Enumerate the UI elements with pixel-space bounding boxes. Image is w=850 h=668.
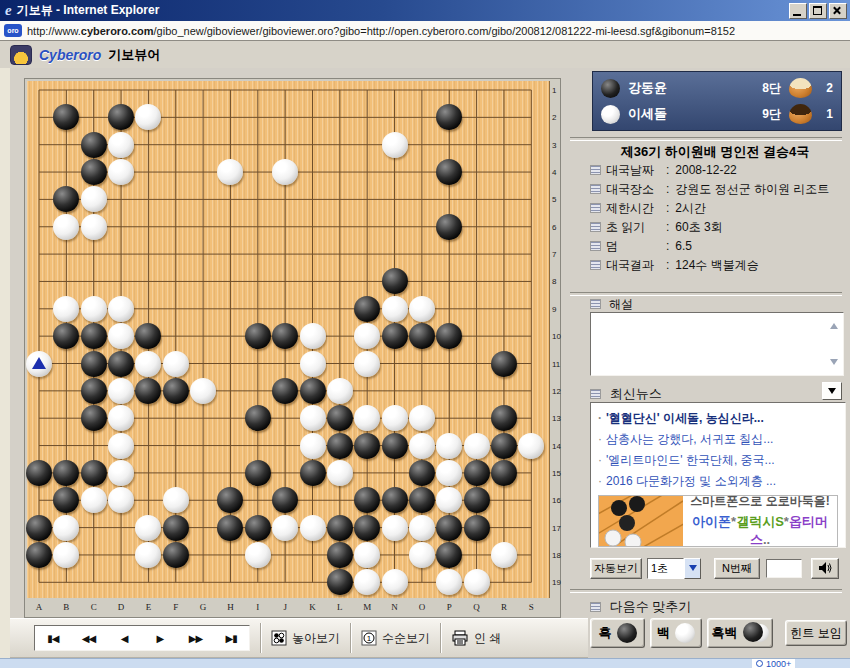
stone-black-F18 <box>163 542 189 568</box>
try-moves-label: 놓아보기 <box>292 630 340 647</box>
stone-black-H17 <box>217 515 243 541</box>
news-list: ·'혈혈단신' 이세돌, 농심신라...·삼총사는 강했다, 서귀포 칠십...… <box>598 408 838 492</box>
stone-white-C16 <box>81 487 107 513</box>
stone-white-P15 <box>436 460 462 486</box>
info-row: 덤:6.5 <box>590 237 846 256</box>
info-rows: 대국날짜:2008-12-22대국장소:강원도 정선군 하이원 리조트제한시간:… <box>590 161 846 275</box>
stone-black-C11 <box>81 351 107 377</box>
news-header-label: 최신뉴스 <box>610 386 662 401</box>
stone-black-C10 <box>81 323 107 349</box>
stone-white-C9 <box>81 296 107 322</box>
info-value: 강원도 정선군 하이원 리조트 <box>675 182 829 196</box>
stone-black-A17 <box>26 515 52 541</box>
news-header: 최신뉴스 <box>590 385 662 403</box>
window-titlebar: e 기보뷰 - Internet Explorer <box>0 0 850 21</box>
news-box: ·'혈혈단신' 이세돌, 농심신라...·삼총사는 강했다, 서귀포 칠십...… <box>590 402 846 548</box>
try-moves-button[interactable]: 놓아보기 <box>271 630 340 647</box>
scroll-up-icon[interactable] <box>830 323 838 329</box>
stone-white-I18 <box>245 542 271 568</box>
column-label: L <box>337 602 343 612</box>
black-stone-icon <box>617 623 637 643</box>
stones-icon <box>271 630 287 646</box>
info-row: 초 읽기:60초 3회 <box>590 218 846 237</box>
list-icon <box>590 203 601 213</box>
logo-bar: Cyberoro 기보뷰어 <box>0 41 850 68</box>
info-label: 대국날짜 <box>606 161 666 180</box>
row-label: 1 <box>552 86 556 95</box>
stone-black-Q16 <box>464 487 490 513</box>
stone-white-E17 <box>135 515 161 541</box>
divider <box>570 137 842 141</box>
stone-white-O14 <box>409 433 435 459</box>
stone-black-O10 <box>409 323 435 349</box>
stone-white-G12 <box>190 378 216 404</box>
guess-next-move-label: 다음수 맞추기 <box>610 599 692 614</box>
row-label: 5 <box>552 195 556 204</box>
move-order-button[interactable]: 1 수순보기 <box>361 630 430 647</box>
stone-white-D9 <box>108 296 134 322</box>
column-label: R <box>501 602 507 612</box>
info-row: 대국결과:124수 백불계승 <box>590 256 846 275</box>
list-icon <box>590 260 601 270</box>
stone-black-Q15 <box>464 460 490 486</box>
speaker-button[interactable] <box>811 558 839 579</box>
stone-white-L12 <box>327 378 353 404</box>
stone-black-C3 <box>81 132 107 158</box>
stone-black-F12 <box>163 378 189 404</box>
gibo-viewer-window: e 기보뷰 - Internet Explorer oro http://www… <box>0 0 850 668</box>
stone-white-O9 <box>409 296 435 322</box>
white-stone-icon <box>601 105 620 124</box>
stone-white-K17 <box>300 515 326 541</box>
stone-white-J17 <box>272 515 298 541</box>
column-label: S <box>529 602 534 612</box>
stone-black-D11 <box>108 351 134 377</box>
auto-view-button[interactable]: 자동보기 <box>590 558 642 579</box>
row-label: 7 <box>552 250 556 259</box>
stone-black-C15 <box>81 460 107 486</box>
move-order-icon: 1 <box>361 630 377 646</box>
stone-black-J12 <box>272 378 298 404</box>
stone-white-B17 <box>53 515 79 541</box>
bottom-toolbar: ▮◀◀◀◀▶▶▶▶▮ 놓아보기 1 수순보기 <box>10 618 588 658</box>
news-link[interactable]: ·2016 다문화가정 및 소외계층 ... <box>598 471 838 492</box>
stone-white-O18 <box>409 542 435 568</box>
stone-white-D4 <box>108 159 134 185</box>
stone-white-B9 <box>53 296 79 322</box>
counter-text: 1000+ <box>766 659 791 668</box>
globe-icon <box>756 660 763 667</box>
column-label: C <box>91 602 97 612</box>
stone-white-Q19 <box>464 569 490 595</box>
stone-black-L14 <box>327 433 353 459</box>
stone-black-O15 <box>409 460 435 486</box>
stone-black-L19 <box>327 569 353 595</box>
list-icon <box>590 165 601 175</box>
stone-white-A11 <box>26 351 52 377</box>
stone-white-K14 <box>300 433 326 459</box>
column-label: B <box>63 602 69 612</box>
interval-select[interactable]: 1초 <box>647 558 701 579</box>
last-move-marker <box>32 357 46 369</box>
select-arrow-button[interactable] <box>684 558 701 579</box>
news-dropdown-button[interactable] <box>822 382 842 400</box>
stone-black-O16 <box>409 487 435 513</box>
info-label: 대국장소 <box>606 180 666 199</box>
stone-white-B6 <box>53 214 79 240</box>
black-capture-count: 2 <box>821 81 833 95</box>
info-label: 제한시간 <box>606 199 666 218</box>
black-player-name: 강동윤 <box>628 79 762 97</box>
address-bar: oro http://www.cyberoro.com/gibo_new/gib… <box>0 21 850 41</box>
stone-black-F17 <box>163 515 189 541</box>
playback-controls: 자동보기 1초 N번째 <box>590 556 846 580</box>
stone-white-F16 <box>163 487 189 513</box>
stone-black-I15 <box>245 460 271 486</box>
ad-line1: 스마트폰으로 오로바둑을! <box>683 495 837 510</box>
player-row-black: 강동윤 8단 2 <box>601 77 833 99</box>
row-label: 6 <box>552 222 556 231</box>
stone-black-R15 <box>491 460 517 486</box>
white-capture-count: 1 <box>821 107 833 121</box>
stone-white-N19 <box>382 569 408 595</box>
player-row-white: 이세돌 9단 1 <box>601 103 833 125</box>
stone-black-P17 <box>436 515 462 541</box>
stone-white-D3 <box>108 132 134 158</box>
chevron-down-icon <box>689 565 697 571</box>
info-label: 덤 <box>606 237 666 256</box>
printer-icon <box>451 630 469 646</box>
stone-black-I10 <box>245 323 271 349</box>
stone-black-I17 <box>245 515 271 541</box>
stone-white-R18 <box>491 542 517 568</box>
chevron-down-icon <box>828 388 836 394</box>
ie-icon: e <box>5 2 12 19</box>
column-label: A <box>36 602 43 612</box>
white-stone-icon <box>675 623 695 643</box>
players-box: 강동윤 8단 2 이세돌 9단 1 <box>592 71 842 131</box>
stone-white-K13 <box>300 405 326 431</box>
stone-black-Q17 <box>464 515 490 541</box>
list-icon <box>590 602 601 612</box>
stone-black-N16 <box>382 487 408 513</box>
white-player-name: 이세돌 <box>628 105 762 123</box>
column-label: N <box>391 602 398 612</box>
print-label: 인 쇄 <box>474 630 501 647</box>
divider <box>570 589 842 593</box>
info-value: 2시간 <box>675 201 706 215</box>
black-guess-button[interactable]: 흑 <box>590 618 645 648</box>
column-label: J <box>283 602 287 612</box>
stone-white-O13 <box>409 405 435 431</box>
stone-black-N10 <box>382 323 408 349</box>
info-value: 6.5 <box>675 239 692 253</box>
nav-next-fast-button[interactable]: ▶▶ <box>180 633 210 644</box>
ad-line2: 아이폰*갤럭시S*옵티머스.. <box>683 513 837 547</box>
stone-white-P14 <box>436 433 462 459</box>
svg-text:1: 1 <box>367 634 372 643</box>
column-label: O <box>419 602 426 612</box>
column-label: F <box>173 602 178 612</box>
ad-board-image <box>599 496 683 546</box>
stone-black-N8 <box>382 268 408 294</box>
info-label: 초 읽기 <box>606 218 666 237</box>
commentary-label: 해설 <box>609 297 633 311</box>
stone-black-R14 <box>491 433 517 459</box>
stone-white-J4 <box>272 159 298 185</box>
info-row: 대국장소:강원도 정선군 하이원 리조트 <box>590 180 846 199</box>
row-label: 9 <box>552 304 556 313</box>
stone-white-C5 <box>81 186 107 212</box>
row-label: 4 <box>552 168 556 177</box>
stone-black-A18 <box>26 542 52 568</box>
interval-value: 1초 <box>647 558 684 579</box>
url-text: http://www.cyberoro.com/gibo_new/gibovie… <box>27 25 735 37</box>
info-label: 대국결과 <box>606 256 666 275</box>
stone-white-K10 <box>300 323 326 349</box>
row-label: 3 <box>552 140 556 149</box>
column-label: Q <box>473 602 480 612</box>
go-board[interactable] <box>27 81 550 598</box>
ad-banner[interactable]: 스마트폰으로 오로바둑을! 아이폰*갤럭시S*옵티머스.. <box>598 495 838 547</box>
viewer-app-title: 기보뷰어 <box>108 46 160 64</box>
stone-white-N9 <box>382 296 408 322</box>
stone-black-A15 <box>26 460 52 486</box>
both-guess-button[interactable]: 흑백 <box>707 618 773 648</box>
ad-text-segment: .. <box>763 532 770 547</box>
info-value: 60초 3회 <box>675 220 722 234</box>
stone-white-Q14 <box>464 433 490 459</box>
speaker-icon <box>817 561 833 575</box>
close-button[interactable] <box>829 3 847 19</box>
stone-black-K15 <box>300 460 326 486</box>
right-panel: 강동윤 8단 2 이세돌 9단 1 제36기 하이원배 명인전 결승4국 대국날… <box>560 68 850 658</box>
nav-prev-button[interactable]: ◀ <box>109 633 139 644</box>
stone-white-D10 <box>108 323 134 349</box>
stone-black-N14 <box>382 433 408 459</box>
stone-white-K11 <box>300 351 326 377</box>
column-label: D <box>118 602 125 612</box>
stone-white-C6 <box>81 214 107 240</box>
maximize-button[interactable] <box>809 3 827 19</box>
go-board-area: ABCDEFGHIJKLMNOPQRS123456789101112131415… <box>24 78 561 618</box>
column-label: E <box>146 602 152 612</box>
info-row: 대국날짜:2008-12-22 <box>590 161 846 180</box>
minimize-button[interactable] <box>789 3 807 19</box>
stone-black-M17 <box>354 515 380 541</box>
news-link[interactable]: ·삼총사는 강했다, 서귀포 칠십... <box>598 429 838 450</box>
nav-prev-fast-button[interactable]: ◀◀ <box>73 633 103 644</box>
list-icon <box>590 184 601 194</box>
stone-black-M9 <box>354 296 380 322</box>
counter-badge: 1000+ <box>752 659 795 668</box>
ad-text-segment: 갤럭시S <box>736 514 784 529</box>
oro-favicon: oro <box>4 24 22 37</box>
black-stone-icon <box>601 79 620 98</box>
stone-white-E11 <box>135 351 161 377</box>
list-icon <box>590 389 601 399</box>
stone-white-D14 <box>108 433 134 459</box>
news-link[interactable]: ·'혈혈단신' 이세돌, 농심신라... <box>598 408 838 429</box>
column-label: M <box>363 602 371 612</box>
capture-bowl-icon <box>789 78 812 98</box>
print-button[interactable]: 인 쇄 <box>451 630 501 647</box>
black-player-rank: 8단 <box>762 80 781 97</box>
white-guess-button[interactable]: 백 <box>650 618 702 648</box>
left-margin-strip <box>0 68 10 658</box>
cyberoro-logo-text: Cyberoro <box>39 47 101 63</box>
column-label: H <box>227 602 234 612</box>
column-label: P <box>447 602 452 612</box>
list-icon <box>590 299 601 309</box>
stone-black-L17 <box>327 515 353 541</box>
stone-white-M18 <box>354 542 380 568</box>
nav-last-button[interactable]: ▶▮ <box>216 633 246 644</box>
guess-buttons-row: 흑 백 흑백 힌트 보임 <box>590 618 847 648</box>
stone-black-R13 <box>491 405 517 431</box>
guess-next-move-header: 다음수 맞추기 <box>590 598 691 616</box>
nav-next-button[interactable]: ▶ <box>145 633 175 644</box>
stone-white-L15 <box>327 460 353 486</box>
black-white-stones-icon <box>743 622 769 644</box>
stone-black-C12 <box>81 378 107 404</box>
stone-black-P18 <box>436 542 462 568</box>
scroll-down-icon[interactable] <box>830 359 838 365</box>
stone-white-N13 <box>382 405 408 431</box>
move-number-input[interactable] <box>766 559 802 578</box>
stone-black-C13 <box>81 405 107 431</box>
column-label: K <box>309 602 316 612</box>
stone-black-K12 <box>300 378 326 404</box>
stone-black-L18 <box>327 542 353 568</box>
info-value: 2008-12-22 <box>675 163 736 177</box>
stone-white-O17 <box>409 515 435 541</box>
stone-white-N3 <box>382 132 408 158</box>
stone-white-F11 <box>163 351 189 377</box>
stone-white-D12 <box>108 378 134 404</box>
column-label: I <box>256 602 259 612</box>
status-strip: 1000+ <box>0 658 850 668</box>
stone-white-N17 <box>382 515 408 541</box>
ad-text-segment: 아이폰 <box>692 514 731 529</box>
stone-black-M14 <box>354 433 380 459</box>
white-player-rank: 9단 <box>762 106 781 123</box>
column-label: G <box>200 602 207 612</box>
stone-white-D15 <box>108 460 134 486</box>
news-link[interactable]: ·'엘리트마인드' 한국단체, 중국... <box>598 450 838 471</box>
cyberoro-logo-icon <box>10 45 32 65</box>
capture-bowl-icon <box>789 104 812 124</box>
game-title: 제36기 하이원배 명인전 결승4국 <box>588 143 842 161</box>
commentary-box[interactable] <box>590 312 844 376</box>
stone-black-C4 <box>81 159 107 185</box>
move-order-label: 수순보기 <box>382 630 430 647</box>
list-icon <box>590 222 601 232</box>
list-icon <box>590 241 601 251</box>
stone-white-M11 <box>354 351 380 377</box>
commentary-header: 해설 <box>590 296 633 313</box>
window-title: 기보뷰 - Internet Explorer <box>17 2 160 19</box>
stone-black-I13 <box>245 405 271 431</box>
stone-black-R11 <box>491 351 517 377</box>
stone-white-S14 <box>518 433 544 459</box>
row-label: 8 <box>552 277 556 286</box>
stone-black-L13 <box>327 405 353 431</box>
nav-first-button[interactable]: ▮◀ <box>38 633 68 644</box>
stone-black-P6 <box>436 214 462 240</box>
nth-move-button[interactable]: N번째 <box>714 558 760 579</box>
info-value: 124수 백불계승 <box>675 258 758 272</box>
info-row: 제한시간:2시간 <box>590 199 846 218</box>
nav-group: ▮◀◀◀◀▶▶▶▶▮ <box>34 625 250 651</box>
row-label: 2 <box>552 113 556 122</box>
hint-button[interactable]: 힌트 보임 <box>785 620 847 646</box>
